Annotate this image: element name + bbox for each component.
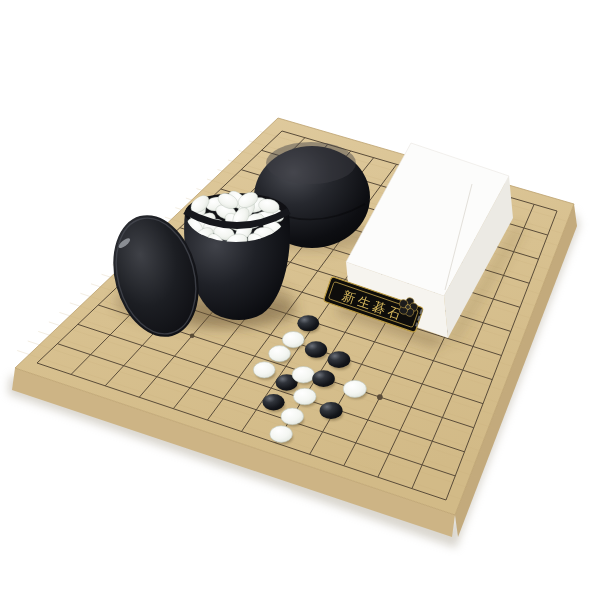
black-stone xyxy=(297,315,319,331)
star-point xyxy=(190,333,195,338)
white-stone xyxy=(294,388,317,405)
black-stone xyxy=(305,341,327,357)
star-point xyxy=(377,394,383,400)
white-stone xyxy=(270,426,293,443)
black-stone xyxy=(262,394,284,410)
white-stone xyxy=(281,408,304,425)
go-set-product-photo: 新生碁石 xyxy=(0,0,600,600)
white-stone xyxy=(269,346,291,362)
white-stone xyxy=(292,366,314,383)
white-stone xyxy=(343,380,366,397)
black-stone xyxy=(328,351,351,368)
scene-svg: 新生碁石 xyxy=(0,0,600,600)
white-stone xyxy=(253,362,275,378)
white-stone xyxy=(282,331,304,347)
black-stone xyxy=(312,370,335,387)
black-stone xyxy=(320,402,343,419)
